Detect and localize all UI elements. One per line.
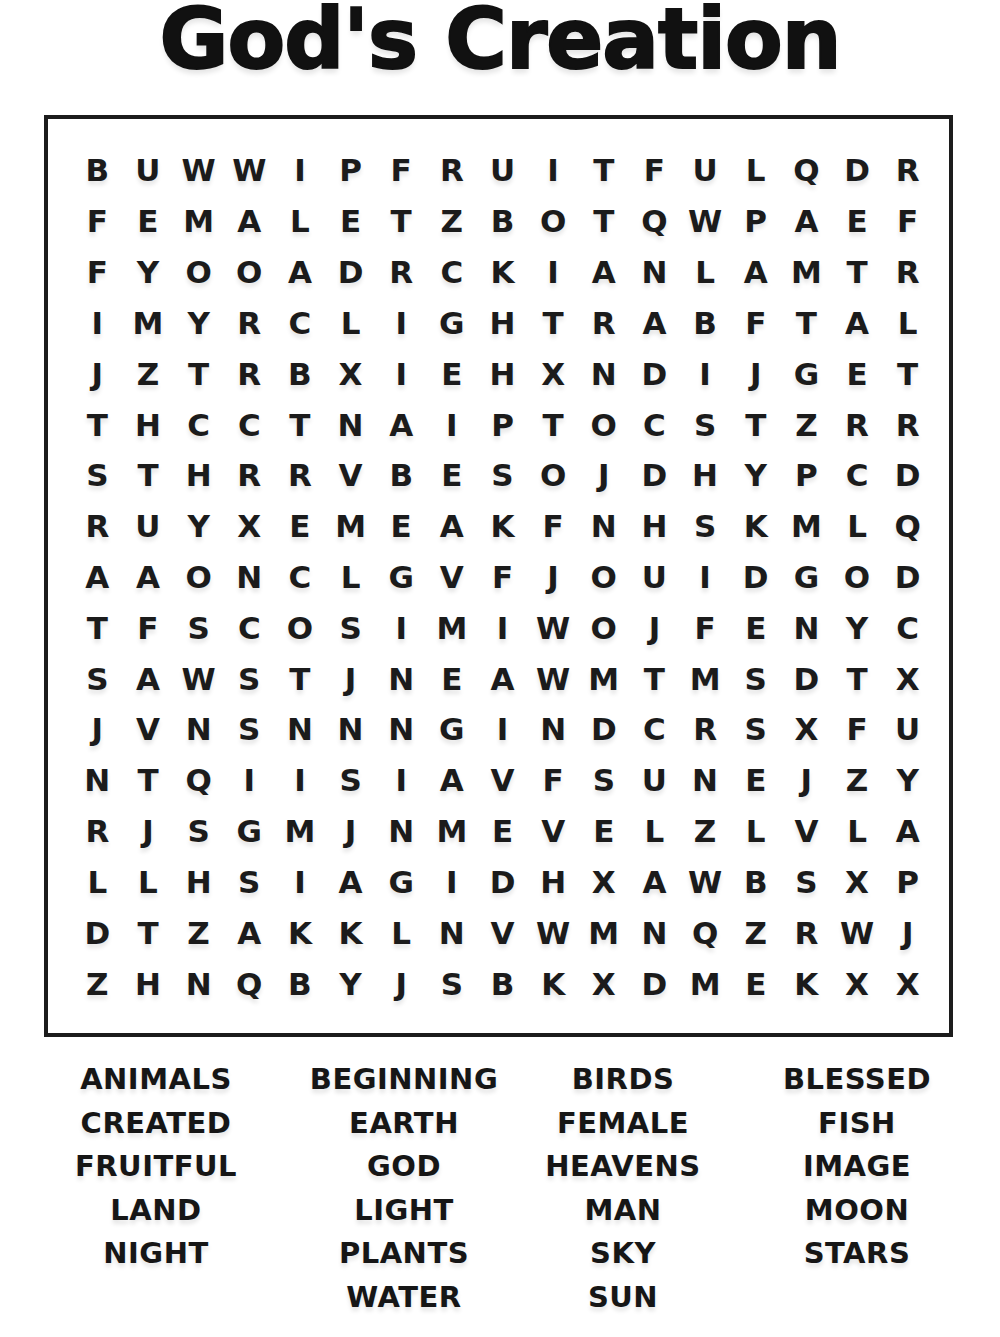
grid-cell: C xyxy=(629,399,680,450)
grid-cell: C xyxy=(275,552,326,603)
grid-cell: R xyxy=(781,907,832,958)
grid-cell: M xyxy=(578,653,629,704)
grid-cell: O xyxy=(832,552,883,603)
grid-cell: H xyxy=(477,297,528,348)
grid-cell: J xyxy=(629,602,680,653)
grid-cell: T xyxy=(376,196,427,247)
grid-cell: L xyxy=(882,297,933,348)
grid-cell: N xyxy=(224,552,275,603)
grid-cell: I xyxy=(72,297,123,348)
grid-cell: O xyxy=(173,247,224,298)
grid-cell: Y xyxy=(325,958,376,1009)
word-list-item: CREATED xyxy=(46,1102,266,1146)
word-list-item: BEGINNING xyxy=(294,1058,514,1102)
grid-cell: M xyxy=(578,907,629,958)
grid-cell: A xyxy=(325,857,376,908)
grid-cell: B xyxy=(477,958,528,1009)
grid-cell: T xyxy=(528,399,579,450)
grid-cell: D xyxy=(325,247,376,298)
grid-cell: N xyxy=(781,602,832,653)
grid-cell: S xyxy=(224,857,275,908)
grid-cell: O xyxy=(528,196,579,247)
grid-cell: I xyxy=(275,145,326,196)
word-list-column-2: BEGINNINGEARTHGODLIGHTPLANTSWATER xyxy=(294,1058,514,1319)
grid-cell: D xyxy=(730,552,781,603)
grid-cell: G xyxy=(781,348,832,399)
grid-cell: B xyxy=(730,857,781,908)
grid-cell: C xyxy=(629,704,680,755)
grid-cell: B xyxy=(680,297,731,348)
worksheet-page: God's Creation BUWWIPFRUITFULQDRFEMALETZ… xyxy=(0,0,1000,1337)
grid-cell: S xyxy=(325,755,376,806)
grid-cell: H xyxy=(173,857,224,908)
grid-cell: G xyxy=(781,552,832,603)
grid-cell: S xyxy=(72,450,123,501)
grid-cell: F xyxy=(528,501,579,552)
grid-cell: F xyxy=(528,755,579,806)
grid-cell: L xyxy=(730,806,781,857)
grid-cell: E xyxy=(477,806,528,857)
grid-cell: A xyxy=(781,196,832,247)
grid-cell: B xyxy=(275,348,326,399)
grid-cell: T xyxy=(275,399,326,450)
grid-cell: C xyxy=(224,602,275,653)
grid-cell: L xyxy=(730,145,781,196)
grid-cell: I xyxy=(427,399,478,450)
grid-cell: T xyxy=(72,399,123,450)
grid-cell: Z xyxy=(730,907,781,958)
grid-cell: J xyxy=(882,907,933,958)
grid-cell: J xyxy=(72,704,123,755)
grid-cell: S xyxy=(680,399,731,450)
grid-cell: E xyxy=(427,348,478,399)
word-list-item: SUN xyxy=(513,1276,733,1320)
grid-cell: D xyxy=(781,653,832,704)
grid-cell: R xyxy=(376,247,427,298)
grid-cell: E xyxy=(427,653,478,704)
grid-cell: M xyxy=(680,958,731,1009)
grid-cell: J xyxy=(325,806,376,857)
grid-cell: I xyxy=(376,348,427,399)
grid-cell: P xyxy=(882,857,933,908)
word-list-item: LAND xyxy=(46,1189,266,1233)
grid-cell: A xyxy=(629,857,680,908)
grid-cell: T xyxy=(578,196,629,247)
grid-cell: Z xyxy=(173,907,224,958)
grid-cell: Y xyxy=(882,755,933,806)
grid-cell: C xyxy=(173,399,224,450)
grid-cell: A xyxy=(629,297,680,348)
grid-cell: U xyxy=(123,145,174,196)
grid-cell: J xyxy=(730,348,781,399)
grid-cell: K xyxy=(275,907,326,958)
grid-cell: R xyxy=(72,806,123,857)
grid-cell: J xyxy=(578,450,629,501)
grid-cell: G xyxy=(427,297,478,348)
grid-cell: J xyxy=(528,552,579,603)
grid-cell: X xyxy=(578,857,629,908)
grid-cell: C xyxy=(882,602,933,653)
grid-cell: X xyxy=(832,958,883,1009)
grid-cell: E xyxy=(832,348,883,399)
grid-cell: I xyxy=(376,755,427,806)
grid-cell: R xyxy=(578,297,629,348)
grid-cell: P xyxy=(325,145,376,196)
grid-cell: A xyxy=(123,552,174,603)
grid-cell: A xyxy=(832,297,883,348)
grid-cell: O xyxy=(528,450,579,501)
grid-cell: G xyxy=(427,704,478,755)
grid-cell: K xyxy=(477,247,528,298)
grid-cell: M xyxy=(781,501,832,552)
grid-cell: G xyxy=(224,806,275,857)
grid-cell: P xyxy=(477,399,528,450)
word-list-item: STARS xyxy=(747,1232,967,1276)
grid-cell: L xyxy=(629,806,680,857)
grid-cell: T xyxy=(882,348,933,399)
grid-cell: T xyxy=(123,755,174,806)
grid-cell: S xyxy=(173,602,224,653)
puzzle-title: God's Creation xyxy=(0,0,1000,88)
grid-cell: M xyxy=(427,602,478,653)
grid-cell: N xyxy=(629,907,680,958)
grid-cell: A xyxy=(477,653,528,704)
grid-cell: X xyxy=(882,653,933,704)
grid-cell: R xyxy=(427,145,478,196)
grid-cell: L xyxy=(832,501,883,552)
grid-cell: V xyxy=(781,806,832,857)
grid-cell: N xyxy=(376,704,427,755)
grid-cell: F xyxy=(123,602,174,653)
letter-grid: BUWWIPFRUITFULQDRFEMALETZBOTQWPAEFFYOOAD… xyxy=(48,119,949,1033)
grid-cell: V xyxy=(477,907,528,958)
word-list-item: GOD xyxy=(294,1145,514,1189)
grid-cell: D xyxy=(882,552,933,603)
grid-cell: Y xyxy=(832,602,883,653)
grid-cell: I xyxy=(680,552,731,603)
grid-cell: W xyxy=(528,653,579,704)
grid-cell: C xyxy=(275,297,326,348)
word-list-item: WATER xyxy=(294,1276,514,1320)
grid-cell: S xyxy=(72,653,123,704)
grid-cell: O xyxy=(275,602,326,653)
grid-cell: X xyxy=(882,958,933,1009)
grid-cell: S xyxy=(325,602,376,653)
grid-cell: N xyxy=(173,958,224,1009)
grid-cell: F xyxy=(730,297,781,348)
grid-cell: G xyxy=(376,857,427,908)
grid-cell: L xyxy=(275,196,326,247)
grid-cell: N xyxy=(376,653,427,704)
grid-cell: W xyxy=(224,145,275,196)
grid-cell: T xyxy=(781,297,832,348)
grid-cell: C xyxy=(832,450,883,501)
grid-cell: H xyxy=(173,450,224,501)
grid-cell: W xyxy=(173,145,224,196)
grid-cell: I xyxy=(376,602,427,653)
grid-cell: Z xyxy=(781,399,832,450)
grid-cell: X xyxy=(528,348,579,399)
grid-cell: L xyxy=(832,806,883,857)
grid-cell: S xyxy=(173,806,224,857)
grid-cell: M xyxy=(173,196,224,247)
grid-cell: R xyxy=(882,399,933,450)
word-list-item: BIRDS xyxy=(513,1058,733,1102)
grid-cell: X xyxy=(832,857,883,908)
grid-cell: R xyxy=(882,247,933,298)
grid-cell: H xyxy=(123,958,174,1009)
grid-cell: Z xyxy=(427,196,478,247)
grid-cell: D xyxy=(882,450,933,501)
grid-cell: N xyxy=(528,704,579,755)
grid-cell: N xyxy=(376,806,427,857)
grid-cell: T xyxy=(123,907,174,958)
grid-cell: Z xyxy=(680,806,731,857)
grid-cell: C xyxy=(427,247,478,298)
grid-cell: N xyxy=(72,755,123,806)
word-list-item: FISH xyxy=(747,1102,967,1146)
grid-cell: F xyxy=(832,704,883,755)
grid-cell: T xyxy=(72,602,123,653)
grid-cell: E xyxy=(123,196,174,247)
grid-cell: X xyxy=(781,704,832,755)
grid-cell: U xyxy=(123,501,174,552)
grid-cell: N xyxy=(578,348,629,399)
grid-cell: B xyxy=(275,958,326,1009)
grid-cell: U xyxy=(629,552,680,603)
grid-cell: M xyxy=(275,806,326,857)
word-list-item: MOON xyxy=(747,1189,967,1233)
grid-cell: D xyxy=(578,704,629,755)
grid-cell: W xyxy=(528,907,579,958)
grid-cell: J xyxy=(781,755,832,806)
word-list-column-4: BLESSEDFISHIMAGEMOONSTARS xyxy=(747,1058,967,1276)
grid-cell: J xyxy=(72,348,123,399)
word-list-item: PLANTS xyxy=(294,1232,514,1276)
grid-cell: H xyxy=(629,501,680,552)
grid-cell: G xyxy=(376,552,427,603)
grid-cell: D xyxy=(832,145,883,196)
grid-cell: S xyxy=(781,857,832,908)
grid-cell: I xyxy=(680,348,731,399)
grid-cell: U xyxy=(477,145,528,196)
grid-cell: T xyxy=(832,653,883,704)
grid-cell: I xyxy=(224,755,275,806)
grid-cell: W xyxy=(680,857,731,908)
grid-cell: F xyxy=(882,196,933,247)
grid-cell: F xyxy=(72,247,123,298)
word-list-item: SKY xyxy=(513,1232,733,1276)
word-list: ANIMALSCREATEDFRUITFULLANDNIGHT BEGINNIN… xyxy=(0,1058,1000,1328)
grid-cell: N xyxy=(680,755,731,806)
grid-cell: B xyxy=(72,145,123,196)
grid-cell: B xyxy=(376,450,427,501)
grid-cell: F xyxy=(72,196,123,247)
grid-cell: S xyxy=(730,704,781,755)
grid-cell: X xyxy=(325,348,376,399)
grid-cell: P xyxy=(781,450,832,501)
grid-cell: N xyxy=(325,704,376,755)
grid-cell: N xyxy=(325,399,376,450)
grid-cell: A xyxy=(224,907,275,958)
grid-cell: K xyxy=(325,907,376,958)
grid-cell: N xyxy=(173,704,224,755)
word-list-item: HEAVENS xyxy=(513,1145,733,1189)
grid-cell: Z xyxy=(72,958,123,1009)
grid-cell: T xyxy=(730,399,781,450)
grid-cell: F xyxy=(680,602,731,653)
grid-cell: K xyxy=(477,501,528,552)
grid-cell: L xyxy=(123,857,174,908)
grid-cell: X xyxy=(578,958,629,1009)
grid-cell: Q xyxy=(173,755,224,806)
grid-cell: R xyxy=(882,145,933,196)
grid-cell: A xyxy=(427,755,478,806)
grid-cell: R xyxy=(224,348,275,399)
grid-cell: O xyxy=(173,552,224,603)
grid-cell: M xyxy=(123,297,174,348)
grid-cell: I xyxy=(528,145,579,196)
grid-cell: Z xyxy=(123,348,174,399)
grid-cell: X xyxy=(224,501,275,552)
grid-cell: A xyxy=(224,196,275,247)
grid-cell: T xyxy=(275,653,326,704)
word-list-item: EARTH xyxy=(294,1102,514,1146)
grid-cell: O xyxy=(224,247,275,298)
grid-cell: Z xyxy=(832,755,883,806)
grid-cell: J xyxy=(325,653,376,704)
grid-cell: T xyxy=(629,653,680,704)
grid-cell: H xyxy=(477,348,528,399)
grid-cell: H xyxy=(528,857,579,908)
grid-cell: S xyxy=(224,704,275,755)
grid-cell: D xyxy=(629,348,680,399)
grid-cell: A xyxy=(882,806,933,857)
grid-cell: W xyxy=(832,907,883,958)
grid-cell: Y xyxy=(173,501,224,552)
grid-cell: A xyxy=(427,501,478,552)
grid-cell: Y xyxy=(173,297,224,348)
word-list-item: FRUITFUL xyxy=(46,1145,266,1189)
grid-cell: O xyxy=(578,602,629,653)
grid-cell: A xyxy=(578,247,629,298)
grid-cell: I xyxy=(376,297,427,348)
grid-cell: L xyxy=(72,857,123,908)
grid-cell: O xyxy=(578,552,629,603)
grid-cell: I xyxy=(275,755,326,806)
grid-cell: Q xyxy=(224,958,275,1009)
grid-cell: W xyxy=(528,602,579,653)
grid-cell: T xyxy=(123,450,174,501)
grid-cell: V xyxy=(477,755,528,806)
word-list-item: LIGHT xyxy=(294,1189,514,1233)
grid-cell: I xyxy=(427,857,478,908)
grid-cell: S xyxy=(477,450,528,501)
grid-cell: T xyxy=(173,348,224,399)
word-list-column-3: BIRDSFEMALEHEAVENSMANSKYSUN xyxy=(513,1058,733,1319)
grid-cell: M xyxy=(781,247,832,298)
grid-cell: Q xyxy=(781,145,832,196)
grid-cell: N xyxy=(275,704,326,755)
word-list-item: MAN xyxy=(513,1189,733,1233)
grid-cell: N xyxy=(629,247,680,298)
grid-cell: R xyxy=(224,450,275,501)
grid-cell: T xyxy=(578,145,629,196)
grid-cell: V xyxy=(325,450,376,501)
grid-cell: D xyxy=(629,450,680,501)
grid-cell: D xyxy=(477,857,528,908)
grid-cell: O xyxy=(578,399,629,450)
grid-cell: A xyxy=(275,247,326,298)
grid-cell: D xyxy=(72,907,123,958)
grid-cell: E xyxy=(427,450,478,501)
grid-cell: E xyxy=(275,501,326,552)
grid-cell: S xyxy=(680,501,731,552)
grid-cell: B xyxy=(477,196,528,247)
grid-cell: W xyxy=(680,196,731,247)
grid-cell: E xyxy=(578,806,629,857)
grid-cell: E xyxy=(325,196,376,247)
grid-cell: H xyxy=(680,450,731,501)
grid-cell: E xyxy=(730,958,781,1009)
grid-cell: J xyxy=(123,806,174,857)
grid-cell: A xyxy=(376,399,427,450)
word-list-item: BLESSED xyxy=(747,1058,967,1102)
word-list-item: ANIMALS xyxy=(46,1058,266,1102)
grid-cell: I xyxy=(275,857,326,908)
grid-cell: L xyxy=(680,247,731,298)
grid-cell: Q xyxy=(629,196,680,247)
grid-cell: Q xyxy=(680,907,731,958)
grid-cell: P xyxy=(730,196,781,247)
grid-cell: L xyxy=(376,907,427,958)
grid-cell: V xyxy=(123,704,174,755)
grid-cell: S xyxy=(578,755,629,806)
grid-cell: R xyxy=(680,704,731,755)
grid-cell: W xyxy=(173,653,224,704)
grid-cell: E xyxy=(376,501,427,552)
grid-cell: I xyxy=(528,247,579,298)
grid-cell: R xyxy=(224,297,275,348)
word-list-item: NIGHT xyxy=(46,1232,266,1276)
grid-cell: K xyxy=(730,501,781,552)
grid-cell: E xyxy=(730,602,781,653)
grid-cell: U xyxy=(629,755,680,806)
word-search-board: BUWWIPFRUITFULQDRFEMALETZBOTQWPAEFFYOOAD… xyxy=(44,115,953,1037)
grid-cell: F xyxy=(477,552,528,603)
grid-cell: M xyxy=(680,653,731,704)
grid-cell: A xyxy=(123,653,174,704)
grid-cell: Y xyxy=(730,450,781,501)
word-list-item: IMAGE xyxy=(747,1145,967,1189)
grid-cell: M xyxy=(325,501,376,552)
grid-cell: F xyxy=(376,145,427,196)
grid-cell: N xyxy=(427,907,478,958)
grid-cell: S xyxy=(224,653,275,704)
grid-cell: R xyxy=(832,399,883,450)
word-list-column-1: ANIMALSCREATEDFRUITFULLANDNIGHT xyxy=(46,1058,266,1276)
grid-cell: J xyxy=(376,958,427,1009)
grid-cell: U xyxy=(882,704,933,755)
grid-cell: V xyxy=(528,806,579,857)
grid-cell: L xyxy=(325,552,376,603)
grid-cell: L xyxy=(325,297,376,348)
grid-cell: S xyxy=(427,958,478,1009)
grid-cell: I xyxy=(477,602,528,653)
grid-cell: Q xyxy=(882,501,933,552)
grid-cell: R xyxy=(275,450,326,501)
grid-cell: E xyxy=(832,196,883,247)
